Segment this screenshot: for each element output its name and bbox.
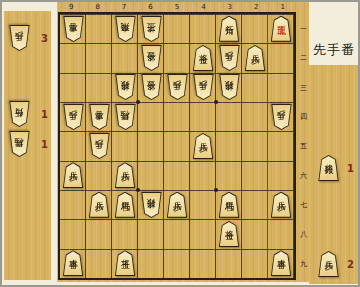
- rank-label: 六: [298, 171, 309, 181]
- rank-label: 五: [298, 141, 309, 151]
- piece-kanji: 桂馬: [225, 195, 234, 216]
- star-point-dot: [214, 188, 218, 192]
- piece-kanji: 歩兵: [324, 254, 333, 275]
- gote-piece-金将[interactable]: 金将: [141, 45, 162, 71]
- gote-piece-香車[interactable]: 香車: [89, 104, 110, 130]
- gote-piece-銀将[interactable]: 銀将: [115, 74, 136, 100]
- gote-piece-金将[interactable]: 金将: [141, 74, 162, 100]
- file-labels: 987654321: [58, 2, 296, 12]
- sente-piece-歩兵[interactable]: 歩兵: [115, 162, 136, 188]
- gote-piece-香車[interactable]: 香車: [63, 16, 84, 42]
- sente-piece-金将[interactable]: 金将: [193, 45, 214, 71]
- piece-kanji: 金将: [199, 48, 208, 69]
- sente-piece-歩兵[interactable]: 歩兵: [167, 192, 188, 218]
- gote-piece-歩兵[interactable]: 歩兵: [219, 45, 240, 71]
- piece-kanji: 歩兵: [69, 106, 78, 127]
- piece-kanji: 歩兵: [121, 165, 130, 186]
- rank-label: 一: [298, 24, 309, 34]
- piece-kanji: 桂馬: [121, 195, 130, 216]
- piece-kanji: 香車: [69, 253, 78, 274]
- file-label: 4: [190, 2, 216, 12]
- sente-piece-歩兵[interactable]: 歩兵: [89, 192, 110, 218]
- gote-piece-銀将[interactable]: 銀将: [219, 74, 240, 100]
- star-point-dot: [136, 100, 140, 104]
- sente-hand-count: 1: [347, 163, 354, 174]
- piece-kanji: 歩兵: [251, 48, 260, 69]
- piece-kanji: 銀将: [324, 158, 333, 179]
- gote-hand-stand[interactable]: 歩兵3角行1桂馬1: [4, 11, 51, 280]
- gote-piece-桂馬[interactable]: 桂馬: [9, 131, 30, 157]
- gote-piece-歩兵[interactable]: 歩兵: [63, 104, 84, 130]
- piece-kanji: 金将: [147, 76, 156, 97]
- file-label: 5: [164, 2, 190, 12]
- piece-kanji: 龍王: [277, 19, 286, 40]
- gote-piece-銀将[interactable]: 銀将: [141, 192, 162, 218]
- piece-kanji: 歩兵: [95, 195, 104, 216]
- file-label: 3: [217, 2, 243, 12]
- piece-kanji: 桂馬: [15, 133, 24, 154]
- piece-kanji: 歩兵: [199, 76, 208, 97]
- file-label: 2: [243, 2, 269, 12]
- piece-kanji: 歩兵: [277, 195, 286, 216]
- piece-kanji: 歩兵: [95, 135, 104, 156]
- gote-piece-歩兵[interactable]: 歩兵: [193, 74, 214, 100]
- gote-hand-count: 3: [41, 33, 48, 44]
- file-label: 1: [270, 2, 296, 12]
- piece-kanji: 歩兵: [277, 106, 286, 127]
- piece-kanji: 歩兵: [173, 76, 182, 97]
- piece-kanji: 角行: [225, 19, 234, 40]
- sente-piece-歩兵[interactable]: 歩兵: [318, 251, 339, 277]
- shogi-app-window: { "game": "shogi", "turn_indicator": "先手…: [0, 0, 360, 287]
- sente-piece-玉将[interactable]: 玉将: [115, 250, 136, 276]
- rank-label: 三: [298, 83, 309, 93]
- gote-piece-角行[interactable]: 角行: [9, 101, 30, 127]
- rank-labels: 一二三四五六七八九: [298, 14, 309, 278]
- piece-kanji: 角行: [15, 103, 24, 124]
- gote-piece-王将[interactable]: 王将: [141, 16, 162, 42]
- sente-hand-count: 2: [347, 259, 354, 270]
- piece-kanji: 金将: [147, 47, 156, 68]
- rank-label: 八: [298, 229, 309, 239]
- sente-piece-香車[interactable]: 香車: [63, 250, 84, 276]
- piece-kanji: 歩兵: [15, 27, 24, 48]
- piece-kanji: 飛車: [121, 18, 130, 39]
- gote-piece-桂馬[interactable]: 桂馬: [115, 104, 136, 130]
- sente-piece-銀将[interactable]: 銀将: [318, 155, 339, 181]
- star-point-dot: [136, 188, 140, 192]
- sente-piece-歩兵[interactable]: 歩兵: [245, 45, 266, 71]
- sente-piece-香車[interactable]: 香車: [271, 250, 292, 276]
- piece-kanji: 歩兵: [199, 136, 208, 157]
- file-label: 7: [111, 2, 137, 12]
- turn-indicator: 先手番: [313, 41, 360, 59]
- piece-kanji: 金将: [225, 224, 234, 245]
- file-label: 6: [137, 2, 163, 12]
- file-label: 9: [58, 2, 84, 12]
- sente-piece-角行[interactable]: 角行: [219, 16, 240, 42]
- sente-piece-龍王[interactable]: 龍王: [271, 16, 292, 42]
- piece-kanji: 玉将: [121, 253, 130, 274]
- gote-piece-歩兵[interactable]: 歩兵: [167, 74, 188, 100]
- file-label: 8: [84, 2, 110, 12]
- shogi-board[interactable]: 香車飛車王将角行龍王金将金将歩兵歩兵銀将金将歩兵歩兵銀将歩兵香車桂馬歩兵歩兵歩兵…: [58, 12, 296, 280]
- piece-kanji: 銀将: [147, 194, 156, 215]
- sente-hand-stand[interactable]: 銀将1歩兵2: [309, 65, 358, 284]
- piece-kanji: 銀将: [225, 76, 234, 97]
- sente-piece-歩兵[interactable]: 歩兵: [63, 162, 84, 188]
- piece-kanji: 王将: [147, 18, 156, 39]
- sente-piece-金将[interactable]: 金将: [219, 221, 240, 247]
- piece-kanji: 歩兵: [69, 165, 78, 186]
- star-point-dot: [214, 100, 218, 104]
- piece-kanji: 香車: [277, 253, 286, 274]
- sente-piece-歩兵[interactable]: 歩兵: [271, 192, 292, 218]
- gote-hand-count: 1: [41, 109, 48, 120]
- gote-piece-飛車[interactable]: 飛車: [115, 16, 136, 42]
- gote-piece-歩兵[interactable]: 歩兵: [271, 104, 292, 130]
- gote-hand-count: 1: [41, 139, 48, 150]
- piece-kanji: 桂馬: [121, 106, 130, 127]
- gote-piece-歩兵[interactable]: 歩兵: [9, 25, 30, 51]
- rank-label: 九: [298, 259, 309, 269]
- piece-kanji: 歩兵: [173, 195, 182, 216]
- piece-kanji: 香車: [69, 18, 78, 39]
- board-panel: 987654321 香車飛車王将角行龍王金将金将歩兵歩兵銀将金将歩兵歩兵銀将歩兵…: [57, 2, 309, 282]
- rank-label: 二: [298, 53, 309, 63]
- piece-kanji: 香車: [95, 106, 104, 127]
- rank-label: 七: [298, 200, 309, 210]
- sente-piece-歩兵[interactable]: 歩兵: [193, 133, 214, 159]
- sente-piece-桂馬[interactable]: 桂馬: [115, 192, 136, 218]
- sente-piece-桂馬[interactable]: 桂馬: [219, 192, 240, 218]
- piece-kanji: 銀将: [121, 76, 130, 97]
- gote-piece-歩兵[interactable]: 歩兵: [89, 133, 110, 159]
- piece-kanji: 歩兵: [225, 47, 234, 68]
- rank-label: 四: [298, 112, 309, 122]
